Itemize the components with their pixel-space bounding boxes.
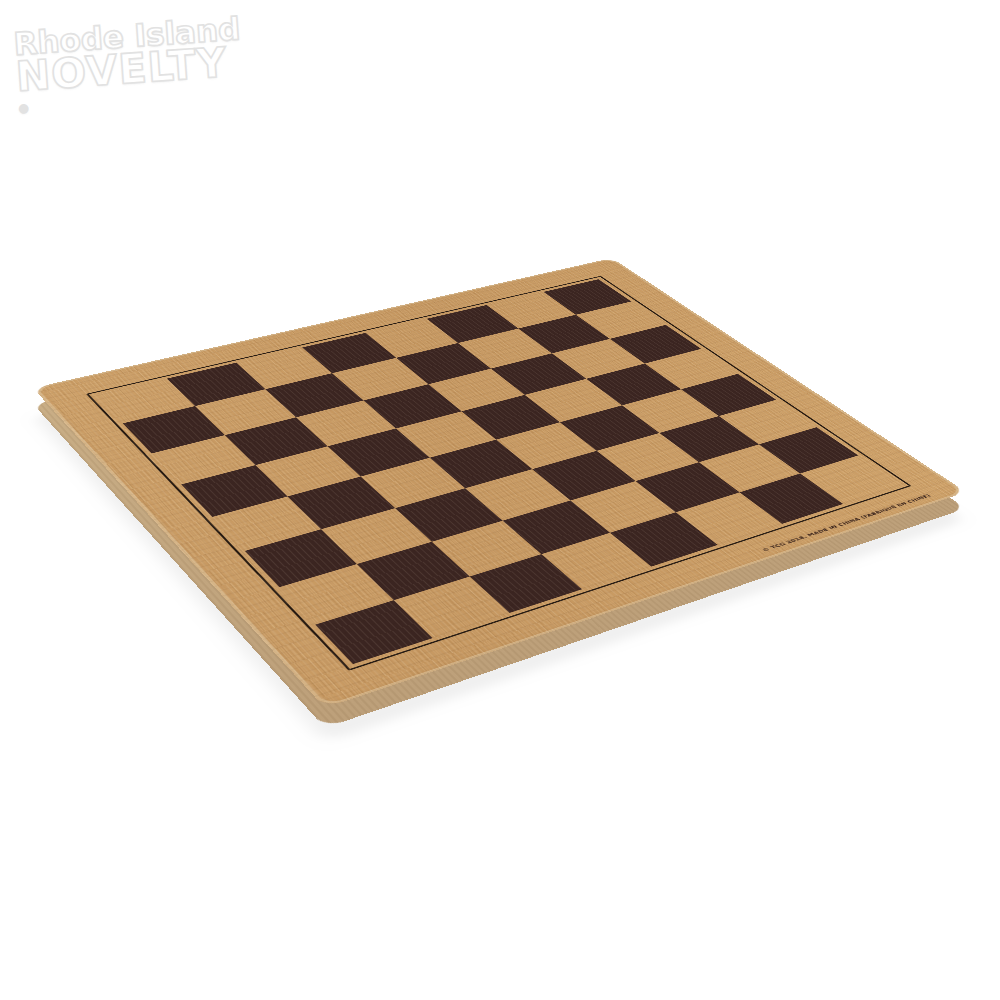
page-background: Rhode Island NOVELTY® © TCG 2018. MADE I… bbox=[0, 0, 1000, 1000]
game-board: © TCG 2018. MADE IN CHINA (FABRIQUÉ EN C… bbox=[33, 258, 966, 708]
board-scene: © TCG 2018. MADE IN CHINA (FABRIQUÉ EN C… bbox=[0, 0, 1000, 1000]
